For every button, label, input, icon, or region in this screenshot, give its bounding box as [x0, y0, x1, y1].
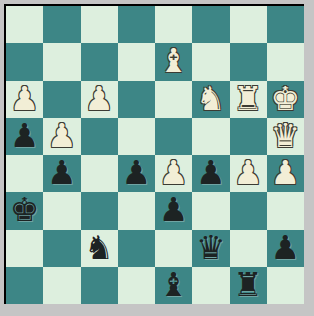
white-pawn[interactable]: ♟	[10, 82, 40, 115]
square-f3[interactable]	[192, 192, 229, 229]
black-pawn[interactable]: ♟	[10, 119, 40, 152]
square-e8[interactable]	[155, 6, 192, 43]
square-g2[interactable]	[230, 230, 267, 267]
square-e1[interactable]: ♝	[155, 267, 192, 304]
square-d6[interactable]	[118, 81, 155, 118]
square-a1[interactable]	[6, 267, 43, 304]
square-f6[interactable]: ♞	[192, 81, 229, 118]
square-a5[interactable]: ♟	[6, 118, 43, 155]
square-h3[interactable]	[267, 192, 304, 229]
square-d3[interactable]	[118, 192, 155, 229]
square-b6[interactable]	[43, 81, 80, 118]
black-queen[interactable]: ♛	[196, 231, 226, 264]
white-pawn[interactable]: ♟	[159, 156, 189, 189]
white-pawn[interactable]: ♟	[271, 156, 301, 189]
square-d4[interactable]: ♟	[118, 155, 155, 192]
chess-board: ♝♟♟♞♜♚♟♟♛♟♟♟♟♟♟♚♟♞♛♟♝♜	[6, 6, 304, 304]
square-g1[interactable]: ♜	[230, 267, 267, 304]
square-f4[interactable]: ♟	[192, 155, 229, 192]
white-queen[interactable]: ♛	[271, 119, 301, 152]
black-pawn[interactable]: ♟	[196, 156, 226, 189]
black-rook[interactable]: ♜	[233, 268, 263, 301]
square-e6[interactable]	[155, 81, 192, 118]
square-a7[interactable]	[6, 43, 43, 80]
black-pawn[interactable]: ♟	[271, 231, 301, 264]
square-b1[interactable]	[43, 267, 80, 304]
square-f7[interactable]	[192, 43, 229, 80]
white-rook[interactable]: ♜	[233, 82, 263, 115]
black-pawn[interactable]: ♟	[159, 193, 189, 226]
square-h2[interactable]: ♟	[267, 230, 304, 267]
square-h5[interactable]: ♛	[267, 118, 304, 155]
square-e3[interactable]: ♟	[155, 192, 192, 229]
square-f1[interactable]	[192, 267, 229, 304]
square-b4[interactable]: ♟	[43, 155, 80, 192]
square-c4[interactable]	[81, 155, 118, 192]
square-c5[interactable]	[81, 118, 118, 155]
square-h6[interactable]: ♚	[267, 81, 304, 118]
square-c1[interactable]	[81, 267, 118, 304]
white-pawn[interactable]: ♟	[233, 156, 263, 189]
square-d2[interactable]	[118, 230, 155, 267]
square-f5[interactable]	[192, 118, 229, 155]
square-d7[interactable]	[118, 43, 155, 80]
square-e7[interactable]: ♝	[155, 43, 192, 80]
square-c8[interactable]	[81, 6, 118, 43]
square-f2[interactable]: ♛	[192, 230, 229, 267]
square-a8[interactable]	[6, 6, 43, 43]
square-g5[interactable]	[230, 118, 267, 155]
square-d5[interactable]	[118, 118, 155, 155]
square-c7[interactable]	[81, 43, 118, 80]
square-g6[interactable]: ♜	[230, 81, 267, 118]
square-e4[interactable]: ♟	[155, 155, 192, 192]
square-b5[interactable]: ♟	[43, 118, 80, 155]
black-pawn[interactable]: ♟	[122, 156, 152, 189]
square-c3[interactable]	[81, 192, 118, 229]
black-bishop[interactable]: ♝	[159, 268, 189, 301]
board-frame: ♝♟♟♞♜♚♟♟♛♟♟♟♟♟♟♚♟♞♛♟♝♜	[4, 4, 304, 304]
square-f8[interactable]	[192, 6, 229, 43]
square-d1[interactable]	[118, 267, 155, 304]
square-a4[interactable]	[6, 155, 43, 192]
square-e5[interactable]	[155, 118, 192, 155]
square-g3[interactable]	[230, 192, 267, 229]
square-c2[interactable]: ♞	[81, 230, 118, 267]
square-a3[interactable]: ♚	[6, 192, 43, 229]
chess-app-window: ♝♟♟♞♜♚♟♟♛♟♟♟♟♟♟♚♟♞♛♟♝♜	[0, 0, 314, 316]
square-e2[interactable]	[155, 230, 192, 267]
square-b2[interactable]	[43, 230, 80, 267]
black-king[interactable]: ♚	[10, 193, 40, 226]
square-g8[interactable]	[230, 6, 267, 43]
square-h4[interactable]: ♟	[267, 155, 304, 192]
black-knight[interactable]: ♞	[84, 231, 114, 264]
square-h7[interactable]	[267, 43, 304, 80]
square-h8[interactable]	[267, 6, 304, 43]
white-bishop[interactable]: ♝	[159, 44, 189, 77]
square-d8[interactable]	[118, 6, 155, 43]
white-pawn[interactable]: ♟	[47, 119, 77, 152]
white-pawn[interactable]: ♟	[84, 82, 114, 115]
white-king[interactable]: ♚	[271, 82, 301, 115]
square-b8[interactable]	[43, 6, 80, 43]
square-b7[interactable]	[43, 43, 80, 80]
square-b3[interactable]	[43, 192, 80, 229]
square-h1[interactable]	[267, 267, 304, 304]
white-knight[interactable]: ♞	[196, 82, 226, 115]
square-a2[interactable]	[6, 230, 43, 267]
black-pawn[interactable]: ♟	[47, 156, 77, 189]
square-g7[interactable]	[230, 43, 267, 80]
square-c6[interactable]: ♟	[81, 81, 118, 118]
square-g4[interactable]: ♟	[230, 155, 267, 192]
square-a6[interactable]: ♟	[6, 81, 43, 118]
